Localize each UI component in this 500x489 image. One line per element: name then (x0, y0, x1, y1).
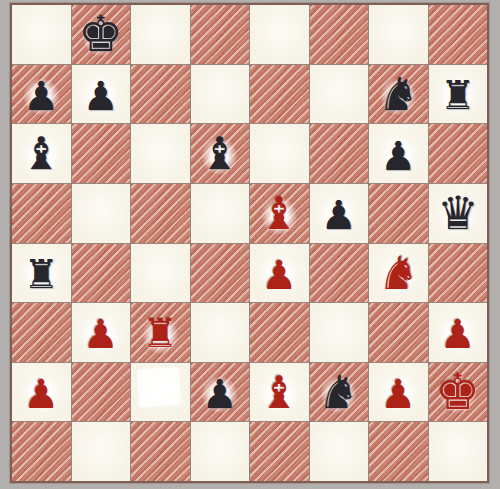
square-d8[interactable] (191, 5, 250, 64)
square-c1[interactable] (131, 422, 190, 481)
square-f1[interactable] (310, 422, 369, 481)
red-king-h2[interactable]: ♚ (435, 367, 480, 417)
chess-board: ♚♟♟♞♜♝♝♟♝♟♛♜♟♞♟♜♟♟♟♝♞♟♚ (10, 3, 489, 483)
black-queen-h5[interactable]: ♛ (437, 190, 478, 236)
square-d5[interactable] (191, 184, 250, 243)
red-pawn-h3[interactable]: ♟ (440, 314, 476, 354)
square-e2[interactable]: ♝ (250, 363, 309, 422)
square-d1[interactable] (191, 422, 250, 481)
square-f5[interactable]: ♟ (310, 184, 369, 243)
square-d3[interactable] (191, 303, 250, 362)
square-b4[interactable] (72, 244, 131, 303)
square-c4[interactable] (131, 244, 190, 303)
square-h8[interactable] (429, 5, 488, 64)
square-e1[interactable] (250, 422, 309, 481)
board-frame: ♚♟♟♞♜♝♝♟♝♟♛♜♟♞♟♜♟♟♟♝♞♟♚ (10, 3, 489, 483)
square-d6[interactable]: ♝ (191, 124, 250, 183)
square-e7[interactable] (250, 65, 309, 124)
square-e4[interactable]: ♟ (250, 244, 309, 303)
square-g3[interactable] (369, 303, 428, 362)
square-e5[interactable]: ♝ (250, 184, 309, 243)
black-king-b8[interactable]: ♚ (78, 9, 123, 59)
square-a1[interactable] (12, 422, 71, 481)
black-pawn-d2[interactable]: ♟ (202, 374, 238, 414)
square-g8[interactable] (369, 5, 428, 64)
square-c5[interactable] (131, 184, 190, 243)
square-c8[interactable] (131, 5, 190, 64)
square-f8[interactable] (310, 5, 369, 64)
square-g5[interactable] (369, 184, 428, 243)
square-f3[interactable] (310, 303, 369, 362)
black-pawn-b7[interactable]: ♟ (83, 76, 119, 116)
red-pawn-b3[interactable]: ♟ (83, 314, 119, 354)
black-pawn-a7[interactable]: ♟ (23, 76, 59, 116)
square-g4[interactable]: ♞ (369, 244, 428, 303)
black-knight-g7[interactable]: ♞ (378, 71, 419, 117)
square-f4[interactable] (310, 244, 369, 303)
black-bishop-a6[interactable]: ♝ (21, 131, 61, 176)
square-e8[interactable] (250, 5, 309, 64)
square-g1[interactable] (369, 422, 428, 481)
square-d2[interactable]: ♟ (191, 363, 250, 422)
square-h3[interactable]: ♟ (429, 303, 488, 362)
square-e6[interactable] (250, 124, 309, 183)
square-h5[interactable]: ♛ (429, 184, 488, 243)
red-bishop-e2[interactable]: ♝ (259, 370, 299, 415)
square-a7[interactable]: ♟ (12, 65, 71, 124)
square-a5[interactable] (12, 184, 71, 243)
square-c3[interactable]: ♜ (131, 303, 190, 362)
square-h1[interactable] (429, 422, 488, 481)
red-pawn-g2[interactable]: ♟ (380, 374, 416, 414)
square-b6[interactable] (72, 124, 131, 183)
black-knight-f2[interactable]: ♞ (318, 369, 359, 415)
red-rook-c3[interactable]: ♜ (142, 313, 178, 353)
square-c6[interactable] (131, 124, 190, 183)
square-d7[interactable] (191, 65, 250, 124)
square-b5[interactable] (72, 184, 131, 243)
square-h2[interactable]: ♚ (429, 363, 488, 422)
black-pawn-f5[interactable]: ♟ (321, 195, 357, 235)
red-knight-g4[interactable]: ♞ (378, 250, 419, 296)
square-g2[interactable]: ♟ (369, 363, 428, 422)
square-e3[interactable] (250, 303, 309, 362)
black-rook-a4[interactable]: ♜ (23, 254, 59, 294)
black-pawn-g6[interactable]: ♟ (380, 136, 416, 176)
square-b7[interactable]: ♟ (72, 65, 131, 124)
square-d4[interactable] (191, 244, 250, 303)
square-b3[interactable]: ♟ (72, 303, 131, 362)
red-pawn-a2[interactable]: ♟ (23, 374, 59, 414)
square-h4[interactable] (429, 244, 488, 303)
red-pawn-e4[interactable]: ♟ (261, 255, 297, 295)
black-bishop-d6[interactable]: ♝ (200, 131, 240, 176)
square-a3[interactable] (12, 303, 71, 362)
black-rook-h7[interactable]: ♜ (440, 75, 476, 115)
square-a6[interactable]: ♝ (12, 124, 71, 183)
square-g7[interactable]: ♞ (369, 65, 428, 124)
square-h7[interactable]: ♜ (429, 65, 488, 124)
square-a8[interactable] (12, 5, 71, 64)
red-bishop-e5[interactable]: ♝ (259, 191, 299, 236)
square-f7[interactable] (310, 65, 369, 124)
square-c7[interactable] (131, 65, 190, 124)
square-b2[interactable] (72, 363, 131, 422)
square-a2[interactable]: ♟ (12, 363, 71, 422)
square-f6[interactable] (310, 124, 369, 183)
square-b8[interactable]: ♚ (72, 5, 131, 64)
square-b1[interactable] (72, 422, 131, 481)
white-smudge (137, 366, 182, 407)
square-g6[interactable]: ♟ (369, 124, 428, 183)
square-f2[interactable]: ♞ (310, 363, 369, 422)
square-c2[interactable] (131, 363, 190, 422)
square-a4[interactable]: ♜ (12, 244, 71, 303)
square-h6[interactable] (429, 124, 488, 183)
